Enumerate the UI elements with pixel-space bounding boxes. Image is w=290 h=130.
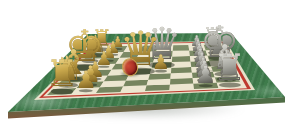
piece-silver-pawn-a7: ♟ [195, 63, 217, 87]
piece-gold-rook-a1: ♜ [46, 56, 79, 93]
piece-silver-rook-a8: ♜ [213, 49, 246, 86]
pieces-layer: ♜♜♞♝♚♝♞♜♟♟♟♟♟♟♟♟♟♟♛♛♟♟♟♟♟♟♟♟♜♜♞♝♚♝♞♜ [0, 0, 290, 130]
chess-set-photo: ♜♜♞♝♚♝♞♜♟♟♟♟♟♟♟♟♟♟♛♛♟♟♟♟♟♟♟♟♜♜♞♝♚♝♞♜ [0, 0, 290, 130]
